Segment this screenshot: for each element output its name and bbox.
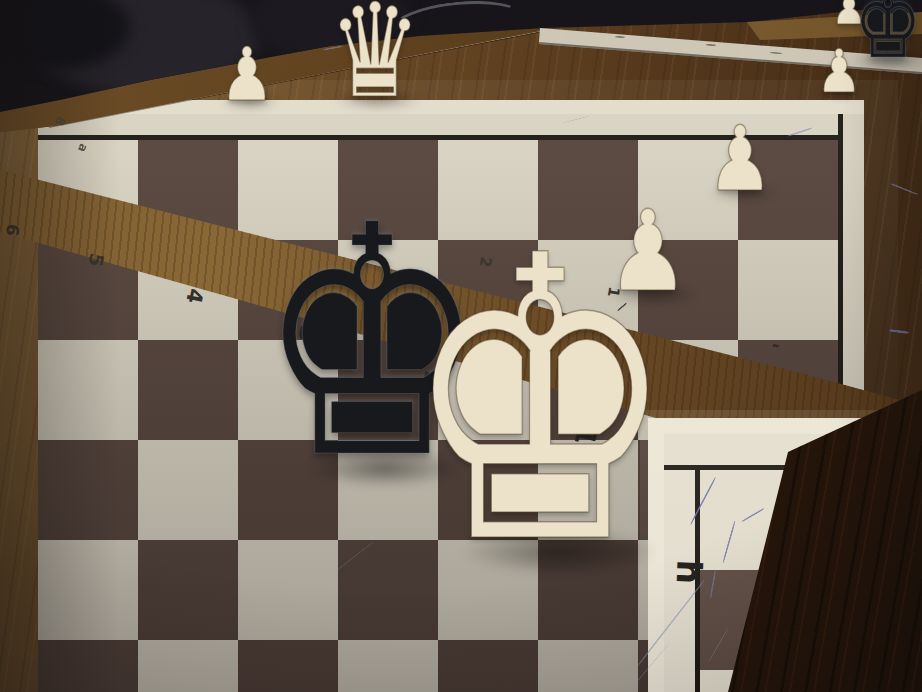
white-king: ♚ bbox=[387, 205, 693, 597]
chess-pieces-layer: ♟♛♟♚♟♟♟♚♚ bbox=[0, 0, 922, 692]
white-pawn-right: ♟ bbox=[703, 114, 777, 204]
white-pawn-far-right: ♟ bbox=[814, 41, 865, 101]
chess-photo-scene: 654321h8a21- ♟♛♟♚♟♟♟♚♚ bbox=[0, 0, 922, 692]
white-queen-cropped: ♛ bbox=[323, 0, 427, 116]
white-pawn-left: ♟ bbox=[217, 37, 278, 111]
